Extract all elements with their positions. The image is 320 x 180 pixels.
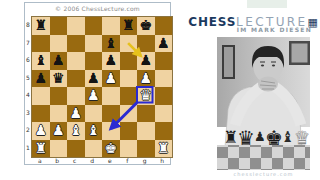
square-f3	[120, 105, 138, 123]
file-label-c: c	[66, 157, 84, 165]
square-d2: ♝	[85, 122, 103, 140]
piece-black-queen-b5: ♛	[50, 70, 68, 88]
square-h2	[155, 122, 173, 140]
square-h7: ♟	[155, 35, 173, 53]
square-h6	[155, 52, 173, 70]
photo-chess-pieces: ♜	[223, 127, 238, 147]
square-f5	[120, 70, 138, 88]
square-f7	[120, 35, 138, 53]
piece-white-pawn-g5: ♟	[137, 70, 155, 88]
square-a2: ♟	[32, 122, 50, 140]
square-c7	[67, 35, 85, 53]
square-b8	[50, 17, 68, 35]
square-g8: ♚	[137, 17, 155, 35]
square-c5	[67, 70, 85, 88]
piece-black-pawn-g6: ♟	[137, 52, 155, 70]
square-h8	[155, 17, 173, 35]
square-a1: ♜	[32, 140, 50, 158]
square-e1: ♚	[102, 140, 120, 158]
file-label-a: a	[31, 157, 49, 165]
presenter-name: IM MARK DIESEN	[186, 26, 312, 33]
square-b7	[50, 35, 68, 53]
chess-board: ♜♜♚♝♟♝♟♟♟♟♛♟♟♟♟♛♟♟♟♝♝♜♚♜	[31, 16, 173, 158]
square-a5: ♟	[32, 70, 50, 88]
piece-white-queen-g4: ♛	[137, 87, 155, 105]
square-g4: ♛	[137, 87, 155, 105]
photo-chessboard	[217, 145, 310, 170]
piece-black-pawn-e6: ♟	[102, 52, 120, 70]
piece-black-pawn-a5: ♟	[32, 70, 50, 88]
piece-white-king-e1: ♚	[102, 140, 120, 158]
square-f2	[120, 122, 138, 140]
piece-black-pawn-d5: ♟	[85, 70, 103, 88]
square-h3	[155, 105, 173, 123]
piece-white-bishop-c2: ♝	[67, 122, 85, 140]
square-e3	[102, 105, 120, 123]
square-d3	[85, 105, 103, 123]
chess-diagram: © 2006 ChessLecture.com 87654321 ♜♜♚♝♟♝♟…	[24, 2, 171, 165]
square-d4: ♟	[85, 87, 103, 105]
square-d7	[85, 35, 103, 53]
piece-white-rook-h1: ♜	[155, 140, 173, 158]
file-label-f: f	[119, 157, 137, 165]
square-f8: ♜	[120, 17, 138, 35]
piece-white-pawn-a2: ♟	[32, 122, 50, 140]
square-g1	[137, 140, 155, 158]
square-e7: ♝	[102, 35, 120, 53]
square-b2: ♟	[50, 122, 68, 140]
piece-black-rook-f8: ♜	[120, 17, 138, 35]
file-label-e: e	[101, 157, 119, 165]
piece-black-rook-a8: ♜	[32, 17, 50, 35]
square-d6	[85, 52, 103, 70]
file-label-h: h	[154, 157, 172, 165]
square-b6: ♟	[50, 52, 68, 70]
square-e6: ♟	[102, 52, 120, 70]
presenter-photo: ♜ ♛ ♟ ♚ ♝ ♛	[217, 37, 310, 170]
square-a4	[32, 87, 50, 105]
square-a7	[32, 35, 50, 53]
square-g6: ♟	[137, 52, 155, 70]
square-d5: ♟	[85, 70, 103, 88]
piece-white-pawn-e5: ♟	[102, 70, 120, 88]
piece-black-bishop-a6: ♝	[32, 52, 50, 70]
square-c2: ♝	[67, 122, 85, 140]
square-c8	[67, 17, 85, 35]
square-f4	[120, 87, 138, 105]
top-accent-bar	[247, 0, 287, 8]
square-f1	[120, 140, 138, 158]
square-e4	[102, 87, 120, 105]
square-a6: ♝	[32, 52, 50, 70]
file-labels: abcdefgh	[31, 157, 171, 165]
square-g5: ♟	[137, 70, 155, 88]
svg-text:♛: ♛	[294, 127, 310, 148]
square-b3	[50, 105, 68, 123]
square-c6	[67, 52, 85, 70]
copyright-text: © 2006 ChessLecture.com	[25, 5, 170, 12]
square-e5: ♟	[102, 70, 120, 88]
square-h1: ♜	[155, 140, 173, 158]
square-h4	[155, 87, 173, 105]
file-label-g: g	[136, 157, 154, 165]
square-g3	[137, 105, 155, 123]
piece-white-pawn-b2: ♟	[50, 122, 68, 140]
square-h5	[155, 70, 173, 88]
piece-black-king-g8: ♚	[137, 17, 155, 35]
svg-text:♝: ♝	[281, 128, 294, 146]
piece-black-bishop-e7: ♝	[102, 35, 120, 53]
square-g7	[137, 35, 155, 53]
piece-black-pawn-h7: ♟	[155, 35, 173, 53]
piece-black-pawn-b6: ♟	[50, 52, 68, 70]
file-label-d: d	[84, 157, 102, 165]
square-d1	[85, 140, 103, 158]
square-c1	[67, 140, 85, 158]
square-d8	[85, 17, 103, 35]
square-f6	[120, 52, 138, 70]
svg-text:♟: ♟	[254, 129, 266, 144]
site-url-text: chesslecture.com	[217, 171, 310, 177]
square-c3: ♟	[67, 105, 85, 123]
piece-white-bishop-d2: ♝	[85, 122, 103, 140]
square-e8	[102, 17, 120, 35]
piece-white-rook-a1: ♜	[32, 140, 50, 158]
square-b1	[50, 140, 68, 158]
square-g2	[137, 122, 155, 140]
square-c4	[67, 87, 85, 105]
square-a3	[32, 105, 50, 123]
piece-white-pawn-c3: ♟	[67, 105, 85, 123]
piece-white-pawn-d4: ♟	[85, 87, 103, 105]
video-frame: © 2006 ChessLecture.com 87654321 ♜♜♚♝♟♝♟…	[0, 0, 320, 180]
square-a8: ♜	[32, 17, 50, 35]
file-label-b: b	[49, 157, 67, 165]
square-b4	[50, 87, 68, 105]
square-e2	[102, 122, 120, 140]
square-b5: ♛	[50, 70, 68, 88]
